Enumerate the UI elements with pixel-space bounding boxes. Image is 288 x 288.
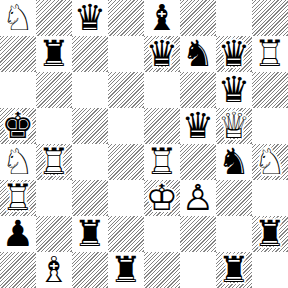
- chess-board: ♞♘♛♝♜♛♞♛♜♖♛♚♛♛♕♞♘♜♖♜♖♞♞♘♜♖♚♔♟♙♟♜♜♝♗♜♜: [0, 0, 288, 288]
- piece-outline: ♙: [180, 180, 216, 216]
- piece-outline: ♖: [144, 144, 180, 180]
- square-d5[interactable]: [108, 108, 144, 144]
- square-b1[interactable]: ♝♗: [36, 252, 72, 288]
- piece-outline: ♖: [36, 144, 72, 180]
- black-queen-icon[interactable]: ♛: [180, 108, 216, 144]
- square-a3[interactable]: ♜♖: [0, 180, 36, 216]
- piece-outline: ♕: [216, 108, 252, 144]
- square-g5[interactable]: ♛♕: [216, 108, 252, 144]
- piece-outline: ♘: [252, 144, 288, 180]
- square-g8[interactable]: [216, 0, 252, 36]
- square-c2[interactable]: ♜: [72, 216, 108, 252]
- white-rook-icon[interactable]: ♜♖: [144, 144, 180, 180]
- white-rook-icon[interactable]: ♜♖: [36, 144, 72, 180]
- square-g4[interactable]: ♞: [216, 144, 252, 180]
- square-h5[interactable]: [252, 108, 288, 144]
- square-h7[interactable]: ♜♖: [252, 36, 288, 72]
- square-e8[interactable]: ♝: [144, 0, 180, 36]
- white-bishop-icon[interactable]: ♝♗: [36, 252, 72, 288]
- square-h1[interactable]: [252, 252, 288, 288]
- square-g1[interactable]: ♜: [216, 252, 252, 288]
- piece-outline: ♘: [0, 144, 36, 180]
- piece-outline: ♘: [0, 0, 36, 36]
- square-d7[interactable]: [108, 36, 144, 72]
- square-a4[interactable]: ♞♘: [0, 144, 36, 180]
- white-rook-icon[interactable]: ♜♖: [0, 180, 36, 216]
- white-knight-icon[interactable]: ♞♘: [0, 144, 36, 180]
- square-c4[interactable]: [72, 144, 108, 180]
- black-rook-icon[interactable]: ♜: [216, 252, 252, 288]
- square-h3[interactable]: [252, 180, 288, 216]
- square-e1[interactable]: [144, 252, 180, 288]
- square-a1[interactable]: [0, 252, 36, 288]
- white-queen-icon[interactable]: ♛♕: [216, 108, 252, 144]
- square-b2[interactable]: [36, 216, 72, 252]
- square-b8[interactable]: [36, 0, 72, 36]
- piece-outline: ♗: [36, 252, 72, 288]
- white-knight-icon[interactable]: ♞♘: [252, 144, 288, 180]
- square-a7[interactable]: [0, 36, 36, 72]
- black-rook-icon[interactable]: ♜: [72, 216, 108, 252]
- square-d6[interactable]: [108, 72, 144, 108]
- square-f5[interactable]: ♛: [180, 108, 216, 144]
- black-queen-icon[interactable]: ♛: [216, 72, 252, 108]
- black-queen-icon[interactable]: ♛: [144, 36, 180, 72]
- square-h4[interactable]: ♞♘: [252, 144, 288, 180]
- square-b4[interactable]: ♜♖: [36, 144, 72, 180]
- square-e7[interactable]: ♛: [144, 36, 180, 72]
- black-king-icon[interactable]: ♚: [0, 108, 36, 144]
- square-d3[interactable]: [108, 180, 144, 216]
- square-a5[interactable]: ♚: [0, 108, 36, 144]
- square-b5[interactable]: [36, 108, 72, 144]
- square-e2[interactable]: [144, 216, 180, 252]
- square-b3[interactable]: [36, 180, 72, 216]
- square-c7[interactable]: [72, 36, 108, 72]
- square-g7[interactable]: ♛: [216, 36, 252, 72]
- white-rook-icon[interactable]: ♜♖: [252, 36, 288, 72]
- black-knight-icon[interactable]: ♞: [180, 36, 216, 72]
- square-g3[interactable]: [216, 180, 252, 216]
- square-f3[interactable]: ♟♙: [180, 180, 216, 216]
- square-a6[interactable]: [0, 72, 36, 108]
- square-d4[interactable]: [108, 144, 144, 180]
- square-h8[interactable]: [252, 0, 288, 36]
- square-e5[interactable]: [144, 108, 180, 144]
- black-knight-icon[interactable]: ♞: [216, 144, 252, 180]
- square-f1[interactable]: [180, 252, 216, 288]
- square-h2[interactable]: ♜: [252, 216, 288, 252]
- square-c5[interactable]: [72, 108, 108, 144]
- white-king-icon[interactable]: ♚♔: [144, 180, 180, 216]
- square-d8[interactable]: [108, 0, 144, 36]
- square-e4[interactable]: ♜♖: [144, 144, 180, 180]
- black-pawn-icon[interactable]: ♟: [0, 216, 36, 252]
- square-f2[interactable]: [180, 216, 216, 252]
- piece-outline: ♖: [252, 36, 288, 72]
- square-f8[interactable]: [180, 0, 216, 36]
- square-g6[interactable]: ♛: [216, 72, 252, 108]
- white-pawn-icon[interactable]: ♟♙: [180, 180, 216, 216]
- black-rook-icon[interactable]: ♜: [252, 216, 288, 252]
- square-d2[interactable]: [108, 216, 144, 252]
- black-rook-icon[interactable]: ♜: [108, 252, 144, 288]
- square-c6[interactable]: [72, 72, 108, 108]
- black-queen-icon[interactable]: ♛: [72, 0, 108, 36]
- square-g2[interactable]: [216, 216, 252, 252]
- square-h6[interactable]: [252, 72, 288, 108]
- square-f7[interactable]: ♞: [180, 36, 216, 72]
- piece-outline: ♔: [144, 180, 180, 216]
- square-b6[interactable]: [36, 72, 72, 108]
- piece-outline: ♖: [0, 180, 36, 216]
- square-a8[interactable]: ♞♘: [0, 0, 36, 36]
- square-e3[interactable]: ♚♔: [144, 180, 180, 216]
- square-c3[interactable]: [72, 180, 108, 216]
- square-c1[interactable]: [72, 252, 108, 288]
- square-d1[interactable]: ♜: [108, 252, 144, 288]
- black-bishop-icon[interactable]: ♝: [144, 0, 180, 36]
- square-f6[interactable]: [180, 72, 216, 108]
- square-e6[interactable]: [144, 72, 180, 108]
- square-b7[interactable]: ♜: [36, 36, 72, 72]
- black-rook-icon[interactable]: ♜: [36, 36, 72, 72]
- square-c8[interactable]: ♛: [72, 0, 108, 36]
- black-queen-icon[interactable]: ♛: [216, 36, 252, 72]
- white-knight-icon[interactable]: ♞♘: [0, 0, 36, 36]
- square-f4[interactable]: [180, 144, 216, 180]
- square-a2[interactable]: ♟: [0, 216, 36, 252]
